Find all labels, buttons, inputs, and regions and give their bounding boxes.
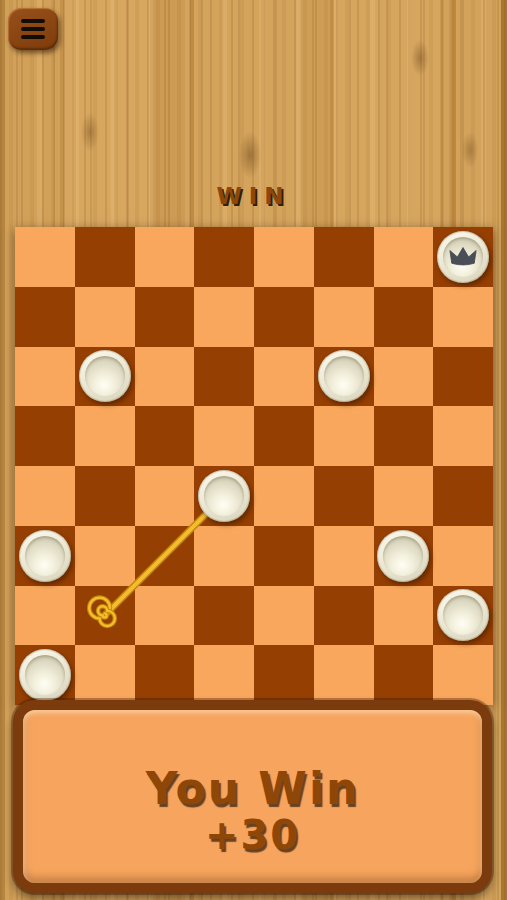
- board-square-d5[interactable]: [194, 406, 254, 466]
- board-square-c3[interactable]: [135, 526, 195, 586]
- board-square-c2[interactable]: [135, 586, 195, 646]
- board-square-a2[interactable]: [15, 586, 75, 646]
- board-square-c5[interactable]: [135, 406, 195, 466]
- board-square-d1[interactable]: [194, 645, 254, 705]
- board-square-e2[interactable]: [254, 586, 314, 646]
- board-square-e4[interactable]: [254, 466, 314, 526]
- board-square-d2[interactable]: [194, 586, 254, 646]
- checker-piece-white[interactable]: [198, 470, 250, 522]
- board-square-a4[interactable]: [15, 466, 75, 526]
- board-square-d8[interactable]: [194, 227, 254, 287]
- board-square-a5[interactable]: [15, 406, 75, 466]
- checker-piece-white[interactable]: [19, 649, 71, 701]
- board-square-g1[interactable]: [374, 645, 434, 705]
- board-square-b3[interactable]: [75, 526, 135, 586]
- board-square-a7[interactable]: [15, 287, 75, 347]
- board-square-e8[interactable]: [254, 227, 314, 287]
- board-square-e3[interactable]: [254, 526, 314, 586]
- crown-icon: [448, 245, 478, 268]
- board-square-g7[interactable]: [374, 287, 434, 347]
- board-square-f2[interactable]: [314, 586, 374, 646]
- board-square-b5[interactable]: [75, 406, 135, 466]
- game-screen: WIN You Win +30: [0, 0, 507, 900]
- menu-button[interactable]: [8, 8, 58, 50]
- win-panel[interactable]: You Win +30: [13, 700, 492, 893]
- board-square-d6[interactable]: [194, 347, 254, 407]
- board-square-b1[interactable]: [75, 645, 135, 705]
- score-delta: +30: [205, 812, 300, 858]
- board-square-g8[interactable]: [374, 227, 434, 287]
- board-square-a8[interactable]: [15, 227, 75, 287]
- board-squares: [15, 227, 493, 705]
- checker-piece-white[interactable]: [318, 350, 370, 402]
- board-square-h1[interactable]: [433, 645, 493, 705]
- checker-king-white[interactable]: [437, 231, 489, 283]
- board-square-c7[interactable]: [135, 287, 195, 347]
- board-square-b2[interactable]: [75, 586, 135, 646]
- board-square-c1[interactable]: [135, 645, 195, 705]
- board-square-g6[interactable]: [374, 347, 434, 407]
- board-square-f4[interactable]: [314, 466, 374, 526]
- board-square-e6[interactable]: [254, 347, 314, 407]
- checker-piece-white[interactable]: [377, 530, 429, 582]
- win-title: WIN: [0, 183, 507, 209]
- board-square-a6[interactable]: [15, 347, 75, 407]
- board-square-c4[interactable]: [135, 466, 195, 526]
- board-square-d7[interactable]: [194, 287, 254, 347]
- board-square-b4[interactable]: [75, 466, 135, 526]
- board-square-e1[interactable]: [254, 645, 314, 705]
- board-square-g4[interactable]: [374, 466, 434, 526]
- board-square-h4[interactable]: [433, 466, 493, 526]
- board-square-e5[interactable]: [254, 406, 314, 466]
- board-square-f8[interactable]: [314, 227, 374, 287]
- board-square-h5[interactable]: [433, 406, 493, 466]
- board-square-b8[interactable]: [75, 227, 135, 287]
- board-square-b7[interactable]: [75, 287, 135, 347]
- board-square-f3[interactable]: [314, 526, 374, 586]
- win-message: You Win: [146, 766, 360, 812]
- board-square-f1[interactable]: [314, 645, 374, 705]
- board-square-c6[interactable]: [135, 347, 195, 407]
- board-square-f5[interactable]: [314, 406, 374, 466]
- checkers-board: [15, 227, 493, 705]
- board-square-d3[interactable]: [194, 526, 254, 586]
- board-square-g2[interactable]: [374, 586, 434, 646]
- board-square-f7[interactable]: [314, 287, 374, 347]
- board-square-h7[interactable]: [433, 287, 493, 347]
- checker-piece-white[interactable]: [79, 350, 131, 402]
- board-square-h6[interactable]: [433, 347, 493, 407]
- board-square-e7[interactable]: [254, 287, 314, 347]
- board-square-h3[interactable]: [433, 526, 493, 586]
- board-square-c8[interactable]: [135, 227, 195, 287]
- checker-piece-white[interactable]: [19, 530, 71, 582]
- board-square-g5[interactable]: [374, 406, 434, 466]
